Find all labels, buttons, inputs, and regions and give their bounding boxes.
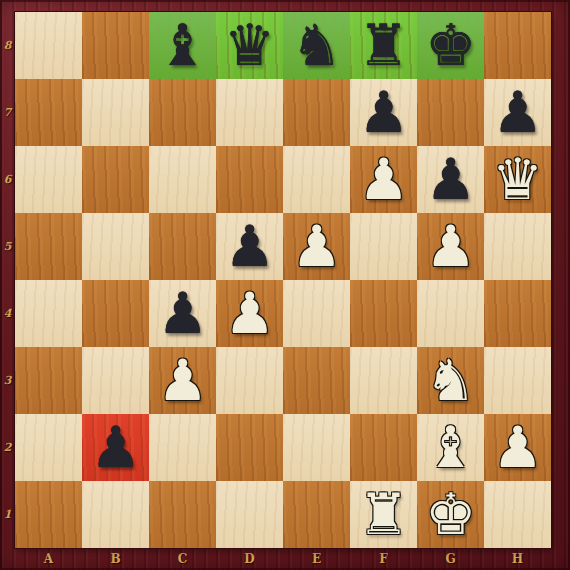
square-e5[interactable]: ♟ xyxy=(283,213,350,280)
piece-white-king[interactable]: ♚ xyxy=(417,481,484,548)
square-b5[interactable] xyxy=(82,213,149,280)
square-g7[interactable] xyxy=(417,79,484,146)
square-c4[interactable]: ♟ xyxy=(149,280,216,347)
rank-label-4: 4 xyxy=(0,280,15,347)
chess-board-frame: 87654321 ABCDEFGH ♝♛♞♜♚♟♟♟♟♛♟♟♟♟♟♟♞♟♝♟♜♚ xyxy=(0,0,570,570)
piece-white-rook[interactable]: ♜ xyxy=(350,481,417,548)
square-e7[interactable] xyxy=(283,79,350,146)
square-f6[interactable]: ♟ xyxy=(350,146,417,213)
piece-white-pawn[interactable]: ♟ xyxy=(484,414,551,481)
piece-white-knight[interactable]: ♞ xyxy=(417,347,484,414)
square-b3[interactable] xyxy=(82,347,149,414)
square-c6[interactable] xyxy=(149,146,216,213)
square-b2[interactable]: ♟ xyxy=(82,414,149,481)
square-g1[interactable]: ♚ xyxy=(417,481,484,548)
square-e1[interactable] xyxy=(283,481,350,548)
square-e3[interactable] xyxy=(283,347,350,414)
square-e6[interactable] xyxy=(283,146,350,213)
square-g3[interactable]: ♞ xyxy=(417,347,484,414)
piece-white-pawn[interactable]: ♟ xyxy=(417,213,484,280)
square-d5[interactable]: ♟ xyxy=(216,213,283,280)
square-e8[interactable]: ♞ xyxy=(283,12,350,79)
square-e4[interactable] xyxy=(283,280,350,347)
piece-black-knight[interactable]: ♞ xyxy=(283,12,350,79)
square-b8[interactable] xyxy=(82,12,149,79)
square-c2[interactable] xyxy=(149,414,216,481)
square-g2[interactable]: ♝ xyxy=(417,414,484,481)
square-h5[interactable] xyxy=(484,213,551,280)
square-h6[interactable]: ♛ xyxy=(484,146,551,213)
square-g5[interactable]: ♟ xyxy=(417,213,484,280)
square-d7[interactable] xyxy=(216,79,283,146)
square-f4[interactable] xyxy=(350,280,417,347)
square-c3[interactable]: ♟ xyxy=(149,347,216,414)
square-b1[interactable] xyxy=(82,481,149,548)
board: ♝♛♞♜♚♟♟♟♟♛♟♟♟♟♟♟♞♟♝♟♜♚ xyxy=(15,12,551,548)
piece-black-rook[interactable]: ♜ xyxy=(350,12,417,79)
rank-label-1: 1 xyxy=(0,481,15,548)
piece-black-bishop[interactable]: ♝ xyxy=(149,12,216,79)
square-c1[interactable] xyxy=(149,481,216,548)
square-c8[interactable]: ♝ xyxy=(149,12,216,79)
square-e2[interactable] xyxy=(283,414,350,481)
square-g4[interactable] xyxy=(417,280,484,347)
file-label-h: H xyxy=(484,548,551,570)
square-a6[interactable] xyxy=(15,146,82,213)
square-d2[interactable] xyxy=(216,414,283,481)
file-label-b: B xyxy=(82,548,149,570)
square-a7[interactable] xyxy=(15,79,82,146)
square-d3[interactable] xyxy=(216,347,283,414)
piece-black-pawn[interactable]: ♟ xyxy=(350,79,417,146)
square-h3[interactable] xyxy=(484,347,551,414)
file-label-d: D xyxy=(216,548,283,570)
piece-black-pawn[interactable]: ♟ xyxy=(82,414,149,481)
rank-label-3: 3 xyxy=(0,347,15,414)
square-h1[interactable] xyxy=(484,481,551,548)
square-b7[interactable] xyxy=(82,79,149,146)
square-f2[interactable] xyxy=(350,414,417,481)
piece-black-pawn[interactable]: ♟ xyxy=(149,280,216,347)
square-h4[interactable] xyxy=(484,280,551,347)
square-d4[interactable]: ♟ xyxy=(216,280,283,347)
piece-white-pawn[interactable]: ♟ xyxy=(283,213,350,280)
square-f8[interactable]: ♜ xyxy=(350,12,417,79)
square-g8[interactable]: ♚ xyxy=(417,12,484,79)
file-labels: ABCDEFGH xyxy=(15,548,551,570)
square-a1[interactable] xyxy=(15,481,82,548)
rank-label-2: 2 xyxy=(0,414,15,481)
piece-white-queen[interactable]: ♛ xyxy=(484,146,551,213)
square-h8[interactable] xyxy=(484,12,551,79)
rank-label-8: 8 xyxy=(0,12,15,79)
piece-white-bishop[interactable]: ♝ xyxy=(417,414,484,481)
piece-black-pawn[interactable]: ♟ xyxy=(216,213,283,280)
rank-labels: 87654321 xyxy=(0,12,15,548)
square-b4[interactable] xyxy=(82,280,149,347)
square-d6[interactable] xyxy=(216,146,283,213)
square-f3[interactable] xyxy=(350,347,417,414)
square-f1[interactable]: ♜ xyxy=(350,481,417,548)
file-label-c: C xyxy=(149,548,216,570)
file-label-f: F xyxy=(350,548,417,570)
piece-white-pawn[interactable]: ♟ xyxy=(216,280,283,347)
square-g6[interactable]: ♟ xyxy=(417,146,484,213)
square-h2[interactable]: ♟ xyxy=(484,414,551,481)
piece-black-king[interactable]: ♚ xyxy=(417,12,484,79)
square-c5[interactable] xyxy=(149,213,216,280)
square-a4[interactable] xyxy=(15,280,82,347)
piece-black-pawn[interactable]: ♟ xyxy=(417,146,484,213)
square-d1[interactable] xyxy=(216,481,283,548)
square-c7[interactable] xyxy=(149,79,216,146)
square-b6[interactable] xyxy=(82,146,149,213)
piece-white-pawn[interactable]: ♟ xyxy=(149,347,216,414)
file-label-e: E xyxy=(283,548,350,570)
piece-black-queen[interactable]: ♛ xyxy=(216,12,283,79)
square-a8[interactable] xyxy=(15,12,82,79)
square-f7[interactable]: ♟ xyxy=(350,79,417,146)
file-label-a: A xyxy=(15,548,82,570)
square-a3[interactable] xyxy=(15,347,82,414)
square-h7[interactable]: ♟ xyxy=(484,79,551,146)
piece-white-pawn[interactable]: ♟ xyxy=(350,146,417,213)
square-a2[interactable] xyxy=(15,414,82,481)
file-label-g: G xyxy=(417,548,484,570)
rank-label-7: 7 xyxy=(0,79,15,146)
rank-label-6: 6 xyxy=(0,146,15,213)
rank-label-5: 5 xyxy=(0,213,15,280)
piece-black-pawn[interactable]: ♟ xyxy=(484,79,551,146)
square-f5[interactable] xyxy=(350,213,417,280)
square-a5[interactable] xyxy=(15,213,82,280)
square-d8[interactable]: ♛ xyxy=(216,12,283,79)
